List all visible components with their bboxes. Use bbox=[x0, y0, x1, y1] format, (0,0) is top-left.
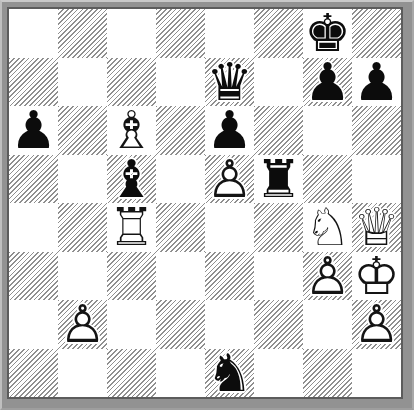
chess-board: ♚♛♟♟♟♝♗♟♝♟♙♜♜♖♞♘♛♕♟♙♚♔♟♙♟♙♞ bbox=[9, 9, 401, 397]
square-a7[interactable] bbox=[9, 58, 58, 107]
square-b2[interactable]: ♟♙ bbox=[58, 300, 107, 349]
square-e4[interactable] bbox=[205, 203, 254, 252]
square-g1[interactable] bbox=[303, 349, 352, 398]
square-f6[interactable] bbox=[254, 106, 303, 155]
square-g3[interactable]: ♟♙ bbox=[303, 252, 352, 301]
square-c3[interactable] bbox=[107, 252, 156, 301]
square-g7[interactable]: ♟ bbox=[303, 58, 352, 107]
square-f8[interactable] bbox=[254, 9, 303, 58]
square-b4[interactable] bbox=[58, 203, 107, 252]
square-d3[interactable] bbox=[156, 252, 205, 301]
square-g6[interactable] bbox=[303, 106, 352, 155]
black-bishop-icon: ♝ bbox=[107, 155, 156, 204]
square-h7[interactable]: ♟ bbox=[352, 58, 401, 107]
black-pawn-icon: ♟ bbox=[9, 106, 58, 155]
square-c7[interactable] bbox=[107, 58, 156, 107]
square-d5[interactable] bbox=[156, 155, 205, 204]
square-c4[interactable]: ♜♖ bbox=[107, 203, 156, 252]
square-g8[interactable]: ♚ bbox=[303, 9, 352, 58]
square-h8[interactable] bbox=[352, 9, 401, 58]
white-pawn-icon: ♟♙ bbox=[205, 155, 254, 204]
square-d4[interactable] bbox=[156, 203, 205, 252]
square-h5[interactable] bbox=[352, 155, 401, 204]
square-b1[interactable] bbox=[58, 349, 107, 398]
square-d2[interactable] bbox=[156, 300, 205, 349]
square-d8[interactable] bbox=[156, 9, 205, 58]
white-knight-icon: ♞♘ bbox=[303, 203, 352, 252]
square-f2[interactable] bbox=[254, 300, 303, 349]
square-f1[interactable] bbox=[254, 349, 303, 398]
square-b6[interactable] bbox=[58, 106, 107, 155]
board-frame: ♚♛♟♟♟♝♗♟♝♟♙♜♜♖♞♘♛♕♟♙♚♔♟♙♟♙♞ bbox=[0, 0, 414, 410]
square-b8[interactable] bbox=[58, 9, 107, 58]
black-pawn-icon: ♟ bbox=[205, 106, 254, 155]
square-h3[interactable]: ♚♔ bbox=[352, 252, 401, 301]
square-c6[interactable]: ♝♗ bbox=[107, 106, 156, 155]
square-c1[interactable] bbox=[107, 349, 156, 398]
white-queen-icon: ♛♕ bbox=[352, 203, 401, 252]
white-pawn-icon: ♟♙ bbox=[352, 300, 401, 349]
square-c2[interactable] bbox=[107, 300, 156, 349]
square-c5[interactable]: ♝ bbox=[107, 155, 156, 204]
square-g4[interactable]: ♞♘ bbox=[303, 203, 352, 252]
square-c8[interactable] bbox=[107, 9, 156, 58]
black-knight-icon: ♞ bbox=[205, 349, 254, 398]
square-f7[interactable] bbox=[254, 58, 303, 107]
square-e1[interactable]: ♞ bbox=[205, 349, 254, 398]
square-f4[interactable] bbox=[254, 203, 303, 252]
square-b3[interactable] bbox=[58, 252, 107, 301]
square-f3[interactable] bbox=[254, 252, 303, 301]
square-e3[interactable] bbox=[205, 252, 254, 301]
square-e2[interactable] bbox=[205, 300, 254, 349]
white-rook-icon: ♜♖ bbox=[107, 203, 156, 252]
black-rook-icon: ♜ bbox=[254, 155, 303, 204]
black-pawn-icon: ♟ bbox=[303, 58, 352, 107]
square-e6[interactable]: ♟ bbox=[205, 106, 254, 155]
square-e8[interactable] bbox=[205, 9, 254, 58]
square-a4[interactable] bbox=[9, 203, 58, 252]
black-queen-icon: ♛ bbox=[205, 58, 254, 107]
square-a2[interactable] bbox=[9, 300, 58, 349]
square-g5[interactable] bbox=[303, 155, 352, 204]
square-b7[interactable] bbox=[58, 58, 107, 107]
black-pawn-icon: ♟ bbox=[352, 58, 401, 107]
square-a6[interactable]: ♟ bbox=[9, 106, 58, 155]
square-h6[interactable] bbox=[352, 106, 401, 155]
white-pawn-icon: ♟♙ bbox=[58, 300, 107, 349]
chess-diagram: ♚♛♟♟♟♝♗♟♝♟♙♜♜♖♞♘♛♕♟♙♚♔♟♙♟♙♞ bbox=[0, 0, 414, 410]
square-e5[interactable]: ♟♙ bbox=[205, 155, 254, 204]
square-d6[interactable] bbox=[156, 106, 205, 155]
white-bishop-icon: ♝♗ bbox=[107, 106, 156, 155]
square-d1[interactable] bbox=[156, 349, 205, 398]
square-e7[interactable]: ♛ bbox=[205, 58, 254, 107]
square-h2[interactable]: ♟♙ bbox=[352, 300, 401, 349]
square-h1[interactable] bbox=[352, 349, 401, 398]
square-g2[interactable] bbox=[303, 300, 352, 349]
white-pawn-icon: ♟♙ bbox=[303, 252, 352, 301]
board-border: ♚♛♟♟♟♝♗♟♝♟♙♜♜♖♞♘♛♕♟♙♚♔♟♙♟♙♞ bbox=[7, 7, 403, 399]
square-d7[interactable] bbox=[156, 58, 205, 107]
square-b5[interactable] bbox=[58, 155, 107, 204]
square-a5[interactable] bbox=[9, 155, 58, 204]
square-a1[interactable] bbox=[9, 349, 58, 398]
black-king-icon: ♚ bbox=[303, 9, 352, 58]
square-a3[interactable] bbox=[9, 252, 58, 301]
white-king-icon: ♚♔ bbox=[352, 252, 401, 301]
square-a8[interactable] bbox=[9, 9, 58, 58]
square-f5[interactable]: ♜ bbox=[254, 155, 303, 204]
square-h4[interactable]: ♛♕ bbox=[352, 203, 401, 252]
